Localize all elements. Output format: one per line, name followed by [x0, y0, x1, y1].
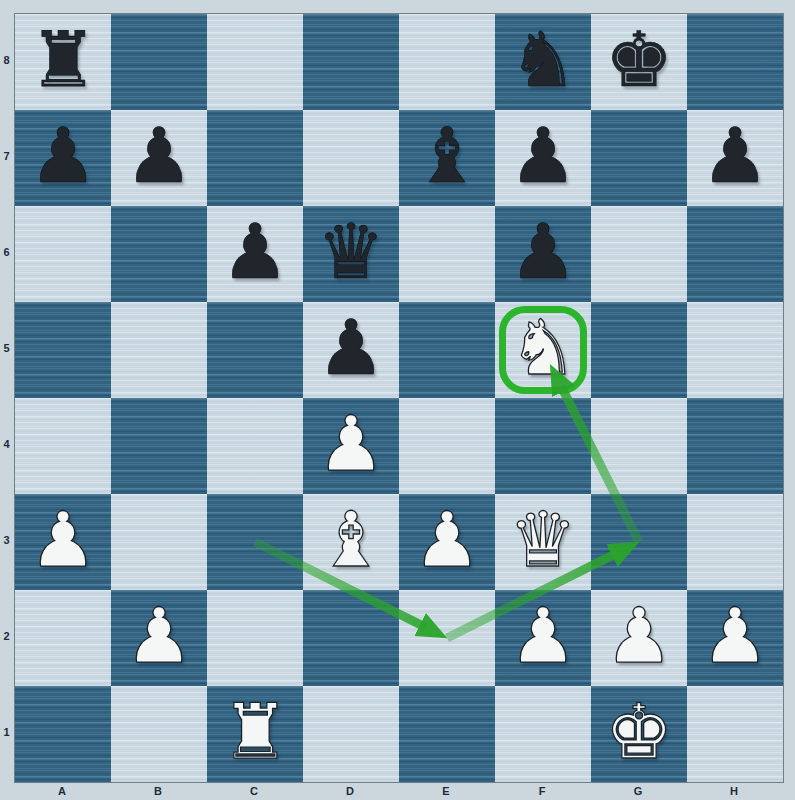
- square-b7[interactable]: ♟: [111, 110, 207, 206]
- square-a3[interactable]: ♟: [15, 494, 111, 590]
- square-d6[interactable]: ♛: [303, 206, 399, 302]
- black-king-g8: ♚: [591, 14, 687, 110]
- square-c2[interactable]: [207, 590, 303, 686]
- square-f5[interactable]: ♞: [495, 302, 591, 398]
- white-pawn-b2: ♟: [111, 590, 207, 686]
- square-e8[interactable]: [399, 14, 495, 110]
- square-e2[interactable]: [399, 590, 495, 686]
- square-h1[interactable]: [687, 686, 783, 782]
- square-d2[interactable]: [303, 590, 399, 686]
- square-c4[interactable]: [207, 398, 303, 494]
- square-f2[interactable]: ♟: [495, 590, 591, 686]
- file-label-d: D: [302, 785, 398, 797]
- black-pawn-b7: ♟: [111, 110, 207, 206]
- white-pawn-g2: ♟: [591, 590, 687, 686]
- square-e5[interactable]: [399, 302, 495, 398]
- rank-label-1: 1: [0, 726, 13, 738]
- square-h2[interactable]: ♟: [687, 590, 783, 686]
- square-e7[interactable]: ♝: [399, 110, 495, 206]
- square-a1[interactable]: [15, 686, 111, 782]
- square-d7[interactable]: [303, 110, 399, 206]
- file-label-g: G: [590, 785, 686, 797]
- square-h5[interactable]: [687, 302, 783, 398]
- white-rook-c1: ♜: [207, 686, 303, 782]
- square-h8[interactable]: [687, 14, 783, 110]
- square-d3[interactable]: ♝: [303, 494, 399, 590]
- file-label-e: E: [398, 785, 494, 797]
- white-pawn-h2: ♟: [687, 590, 783, 686]
- square-g5[interactable]: [591, 302, 687, 398]
- square-e1[interactable]: [399, 686, 495, 782]
- rank-label-4: 4: [0, 438, 13, 450]
- square-a6[interactable]: [15, 206, 111, 302]
- black-queen-d6: ♛: [303, 206, 399, 302]
- square-g4[interactable]: [591, 398, 687, 494]
- square-c6[interactable]: ♟: [207, 206, 303, 302]
- square-c5[interactable]: [207, 302, 303, 398]
- square-g1[interactable]: ♚: [591, 686, 687, 782]
- square-c3[interactable]: [207, 494, 303, 590]
- square-a2[interactable]: [15, 590, 111, 686]
- chess-board: ♜♞♚♟♟♝♟♟♟♛♟♟♞♟♟♝♟♛♟♟♟♟♜♚: [14, 13, 784, 783]
- white-queen-f3: ♛: [495, 494, 591, 590]
- square-f3[interactable]: ♛: [495, 494, 591, 590]
- rank-label-6: 6: [0, 246, 13, 258]
- black-rook-a8: ♜: [15, 14, 111, 110]
- square-f6[interactable]: ♟: [495, 206, 591, 302]
- rank-label-3: 3: [0, 534, 13, 546]
- black-knight-f8: ♞: [495, 14, 591, 110]
- square-h4[interactable]: [687, 398, 783, 494]
- file-label-a: A: [14, 785, 110, 797]
- rank-label-5: 5: [0, 342, 13, 354]
- square-a7[interactable]: ♟: [15, 110, 111, 206]
- chess-diagram: 87654321 ABCDEFGH ♜♞♚♟♟♝♟♟♟♛♟♟♞♟♟♝♟♛♟♟♟♟…: [0, 0, 795, 800]
- square-a4[interactable]: [15, 398, 111, 494]
- square-b1[interactable]: [111, 686, 207, 782]
- white-pawn-f2: ♟: [495, 590, 591, 686]
- black-pawn-f6: ♟: [495, 206, 591, 302]
- square-e6[interactable]: [399, 206, 495, 302]
- white-pawn-d4: ♟: [303, 398, 399, 494]
- square-c7[interactable]: [207, 110, 303, 206]
- white-bishop-d3: ♝: [303, 494, 399, 590]
- file-label-c: C: [206, 785, 302, 797]
- square-b5[interactable]: [111, 302, 207, 398]
- black-pawn-f7: ♟: [495, 110, 591, 206]
- square-a5[interactable]: [15, 302, 111, 398]
- rank-label-7: 7: [0, 150, 13, 162]
- square-b2[interactable]: ♟: [111, 590, 207, 686]
- file-label-b: B: [110, 785, 206, 797]
- square-b3[interactable]: [111, 494, 207, 590]
- square-h6[interactable]: [687, 206, 783, 302]
- square-e3[interactable]: ♟: [399, 494, 495, 590]
- square-d4[interactable]: ♟: [303, 398, 399, 494]
- black-pawn-d5: ♟: [303, 302, 399, 398]
- white-pawn-a3: ♟: [15, 494, 111, 590]
- square-g3[interactable]: [591, 494, 687, 590]
- file-label-h: H: [686, 785, 782, 797]
- square-b6[interactable]: [111, 206, 207, 302]
- square-g8[interactable]: ♚: [591, 14, 687, 110]
- white-knight-f5: ♞: [495, 302, 591, 398]
- square-f1[interactable]: [495, 686, 591, 782]
- square-d8[interactable]: [303, 14, 399, 110]
- black-pawn-a7: ♟: [15, 110, 111, 206]
- square-g6[interactable]: [591, 206, 687, 302]
- square-e4[interactable]: [399, 398, 495, 494]
- black-pawn-c6: ♟: [207, 206, 303, 302]
- square-g2[interactable]: ♟: [591, 590, 687, 686]
- rank-label-8: 8: [0, 54, 13, 66]
- square-d5[interactable]: ♟: [303, 302, 399, 398]
- white-king-g1: ♚: [591, 686, 687, 782]
- square-f4[interactable]: [495, 398, 591, 494]
- rank-label-2: 2: [0, 630, 13, 642]
- white-pawn-e3: ♟: [399, 494, 495, 590]
- black-pawn-h7: ♟: [687, 110, 783, 206]
- square-h3[interactable]: [687, 494, 783, 590]
- square-h7[interactable]: ♟: [687, 110, 783, 206]
- square-a8[interactable]: ♜: [15, 14, 111, 110]
- square-b8[interactable]: [111, 14, 207, 110]
- square-f8[interactable]: ♞: [495, 14, 591, 110]
- square-g7[interactable]: [591, 110, 687, 206]
- square-d1[interactable]: [303, 686, 399, 782]
- black-bishop-e7: ♝: [399, 110, 495, 206]
- square-f7[interactable]: ♟: [495, 110, 591, 206]
- square-b4[interactable]: [111, 398, 207, 494]
- square-c1[interactable]: ♜: [207, 686, 303, 782]
- file-label-f: F: [494, 785, 590, 797]
- square-c8[interactable]: [207, 14, 303, 110]
